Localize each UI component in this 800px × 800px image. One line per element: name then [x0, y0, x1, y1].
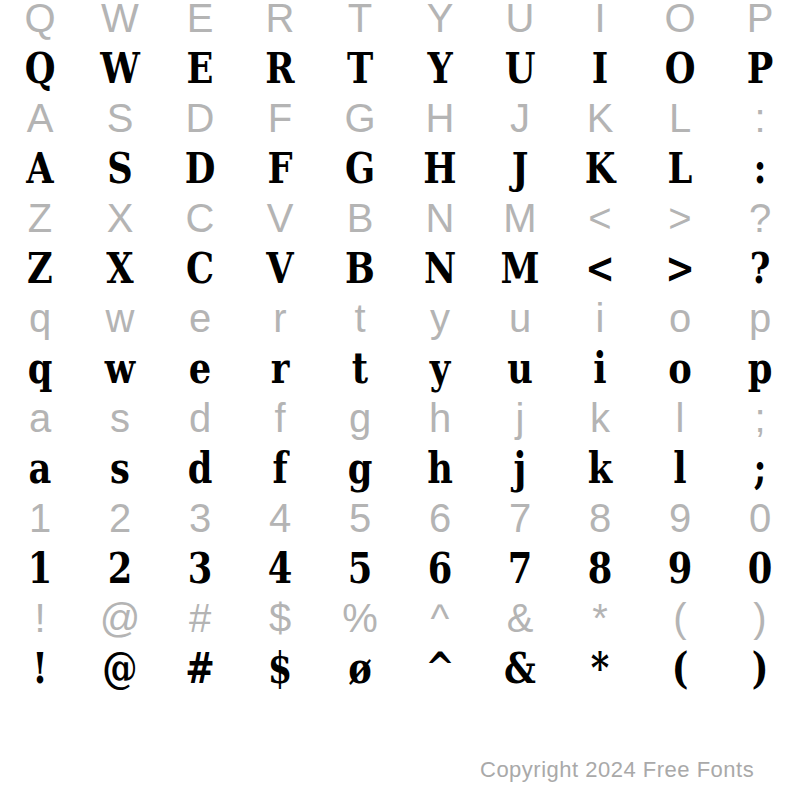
char-row-3-sample: ASDFGHJKL:	[0, 143, 800, 193]
char-row-9-sample: asdfghjkl;	[0, 443, 800, 493]
char-cell: >	[647, 247, 713, 290]
char-cell: 0	[727, 547, 793, 590]
char-cell: R	[240, 0, 320, 38]
char-cell: 7	[480, 498, 560, 538]
char-cell: U	[480, 0, 560, 38]
char-cell: 5	[327, 547, 393, 590]
char-row-5-sample: ZXCVBNM<>?	[0, 243, 800, 293]
char-cell: q	[7, 347, 73, 390]
char-cell: u	[487, 347, 553, 390]
char-cell: >	[640, 198, 720, 238]
char-cell: 9	[640, 498, 720, 538]
char-cell: I	[567, 47, 633, 90]
char-cell: M	[480, 198, 560, 238]
char-cell: P	[720, 0, 800, 38]
copyright-text: Copyright 2024 Free Fonts	[480, 757, 754, 783]
char-cell: V	[247, 247, 313, 290]
char-cell: 3	[160, 498, 240, 538]
char-cell: 4	[247, 547, 313, 590]
char-cell: h	[400, 398, 480, 438]
char-cell: k	[567, 447, 633, 490]
char-cell: p	[720, 298, 800, 338]
char-cell: a	[0, 398, 80, 438]
char-cell: F	[247, 147, 313, 190]
char-cell: r	[247, 347, 313, 390]
char-cell: 1	[7, 547, 73, 590]
char-cell: r	[240, 298, 320, 338]
char-row-1-sample: QWERTYUIOP	[0, 43, 800, 93]
char-cell: ^	[407, 647, 473, 690]
char-cell: O	[647, 47, 713, 90]
char-row-11-sample: 1234567890	[0, 543, 800, 593]
char-cell: y	[407, 347, 473, 390]
char-cell: T	[320, 0, 400, 38]
char-cell: d	[167, 447, 233, 490]
char-cell: :	[727, 147, 793, 190]
char-cell: 8	[567, 547, 633, 590]
char-cell: X	[80, 198, 160, 238]
char-cell: K	[560, 98, 640, 138]
char-cell: l	[640, 398, 720, 438]
char-cell: w	[80, 298, 160, 338]
char-cell: $	[240, 598, 320, 638]
char-cell: L	[640, 98, 720, 138]
char-cell: ^	[400, 598, 480, 638]
char-cell: N	[407, 247, 473, 290]
char-cell: s	[87, 447, 153, 490]
char-row-6-reference: qwertyuiop	[0, 293, 800, 343]
char-cell: 1	[0, 498, 80, 538]
char-cell: f	[240, 398, 320, 438]
char-cell: L	[647, 147, 713, 190]
char-cell: 6	[407, 547, 473, 590]
char-cell: B	[320, 198, 400, 238]
char-cell: J	[487, 147, 553, 190]
char-cell: ;	[727, 447, 793, 490]
char-cell: e	[160, 298, 240, 338]
char-cell: t	[327, 347, 393, 390]
char-cell: w	[87, 347, 153, 390]
char-cell: J	[480, 98, 560, 138]
char-cell: B	[327, 247, 393, 290]
char-cell: *	[567, 647, 633, 690]
char-cell: o	[640, 298, 720, 338]
char-row-4-reference: ZXCVBNM<>?	[0, 193, 800, 243]
char-cell: A	[7, 147, 73, 190]
char-cell: d	[160, 398, 240, 438]
char-cell: )	[720, 598, 800, 638]
char-cell: j	[480, 398, 560, 438]
char-cell: l	[647, 447, 713, 490]
char-row-0-reference: QWERTYUIOP	[0, 0, 800, 43]
char-cell: p	[727, 347, 793, 390]
char-cell: q	[0, 298, 80, 338]
char-cell: @	[80, 598, 160, 638]
char-cell: (	[640, 598, 720, 638]
char-cell: :	[720, 98, 800, 138]
char-cell: V	[240, 198, 320, 238]
char-cell: Z	[0, 198, 80, 238]
char-cell: S	[80, 98, 160, 138]
char-cell: 0	[720, 498, 800, 538]
char-cell: g	[320, 398, 400, 438]
char-cell: %	[320, 598, 400, 638]
char-cell: N	[400, 198, 480, 238]
char-cell: 8	[560, 498, 640, 538]
char-cell: @	[87, 647, 153, 690]
char-cell: *	[560, 598, 640, 638]
char-cell: g	[327, 447, 393, 490]
char-cell: s	[80, 398, 160, 438]
char-cell: Q	[7, 47, 73, 90]
char-cell: D	[160, 98, 240, 138]
char-cell: 6	[400, 498, 480, 538]
char-cell: j	[487, 447, 553, 490]
char-cell: R	[247, 47, 313, 90]
char-cell: !	[0, 598, 80, 638]
char-cell: 2	[87, 547, 153, 590]
char-cell: 9	[647, 547, 713, 590]
char-row-8-reference: asdfghjkl;	[0, 393, 800, 443]
char-cell: !	[7, 647, 73, 690]
char-cell: <	[560, 198, 640, 238]
char-cell: A	[0, 98, 80, 138]
char-cell: W	[80, 0, 160, 38]
char-cell: &	[480, 598, 560, 638]
char-cell: &	[487, 647, 553, 690]
char-cell: O	[640, 0, 720, 38]
char-cell: P	[727, 47, 793, 90]
char-cell: (	[647, 647, 713, 690]
char-cell: G	[320, 98, 400, 138]
char-cell: 2	[80, 498, 160, 538]
char-cell: i	[560, 298, 640, 338]
char-cell: )	[727, 647, 793, 690]
char-cell: e	[167, 347, 233, 390]
char-cell: Y	[400, 0, 480, 38]
char-row-7-sample: qwertyuiop	[0, 343, 800, 393]
char-cell: ø	[327, 647, 393, 690]
char-cell: 3	[167, 547, 233, 590]
char-cell: M	[487, 247, 553, 290]
char-cell: X	[87, 247, 153, 290]
char-cell: U	[487, 47, 553, 90]
char-cell: a	[7, 447, 73, 490]
character-grid: QWERTYUIOPQWERTYUIOPASDFGHJKL:ASDFGHJKL:…	[0, 0, 800, 693]
char-cell: H	[400, 98, 480, 138]
char-row-2-reference: ASDFGHJKL:	[0, 93, 800, 143]
char-cell: ?	[727, 247, 793, 290]
char-cell: y	[400, 298, 480, 338]
char-cell: I	[560, 0, 640, 38]
char-cell: 7	[487, 547, 553, 590]
char-cell: i	[567, 347, 633, 390]
char-row-12-reference: !@#$%^&*()	[0, 593, 800, 643]
char-cell: t	[320, 298, 400, 338]
char-cell: u	[480, 298, 560, 338]
char-cell: E	[167, 47, 233, 90]
char-cell: 5	[320, 498, 400, 538]
char-cell: F	[240, 98, 320, 138]
char-cell: Q	[0, 0, 80, 38]
char-cell: k	[560, 398, 640, 438]
char-cell: ?	[720, 198, 800, 238]
char-cell: h	[407, 447, 473, 490]
char-cell: W	[87, 47, 153, 90]
char-cell: E	[160, 0, 240, 38]
char-cell: H	[407, 147, 473, 190]
char-cell: 4	[240, 498, 320, 538]
char-row-13-sample: !@#$ø^&*()	[0, 643, 800, 693]
char-cell: C	[160, 198, 240, 238]
char-cell: D	[167, 147, 233, 190]
char-cell: C	[167, 247, 233, 290]
char-cell: S	[87, 147, 153, 190]
char-cell: T	[327, 47, 393, 90]
char-row-10-reference: 1234567890	[0, 493, 800, 543]
char-cell: G	[327, 147, 393, 190]
char-cell: Z	[7, 247, 73, 290]
char-cell: #	[167, 647, 233, 690]
char-cell: f	[247, 447, 313, 490]
char-cell: Y	[407, 47, 473, 90]
char-cell: o	[647, 347, 713, 390]
char-cell: ;	[720, 398, 800, 438]
char-cell: $	[247, 647, 313, 690]
char-cell: #	[160, 598, 240, 638]
char-cell: <	[567, 247, 633, 290]
char-cell: K	[567, 147, 633, 190]
